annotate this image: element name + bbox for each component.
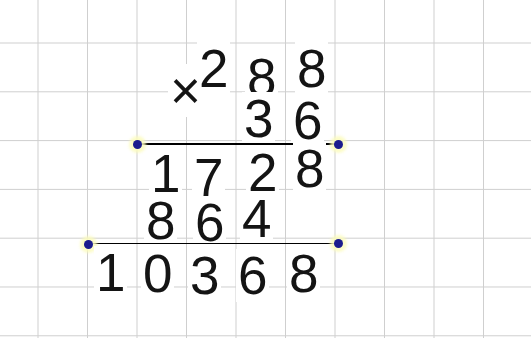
product-digit: 3: [188, 249, 221, 302]
partial2-digit: 8: [144, 194, 177, 247]
partial2-digit: 4: [240, 192, 273, 245]
product-digit: 6: [236, 249, 269, 302]
product-digit: 0: [141, 247, 174, 300]
product-digit: 1: [94, 246, 127, 299]
partial2-digit: 6: [193, 196, 226, 249]
multiplicand-digit: 2: [197, 42, 230, 95]
line-endpoint-dot[interactable]: [334, 140, 343, 149]
line-endpoint-dot[interactable]: [334, 239, 343, 248]
line-endpoint-dot[interactable]: [84, 240, 93, 249]
line-endpoint-dot[interactable]: [133, 140, 142, 149]
grid-paper: × 2 8 8 3 6 1 7 2 8 8 6 4 1 0 3 6 8: [0, 0, 531, 338]
multiplier-digit: 3: [242, 92, 275, 145]
partial1-digit: 8: [293, 142, 326, 195]
product-digit: 8: [287, 247, 320, 300]
multiplicand-digit: 8: [295, 42, 328, 95]
